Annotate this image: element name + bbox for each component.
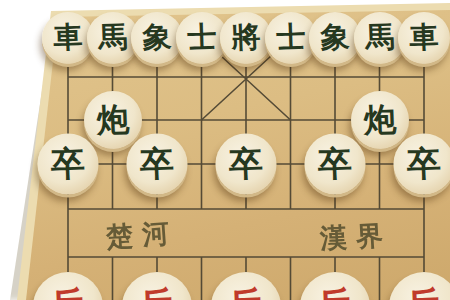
board-point: 卒 (402, 143, 447, 186)
board-point (357, 186, 402, 233)
board-point (135, 57, 180, 98)
board-point (179, 57, 224, 98)
board-point (268, 186, 313, 233)
xiangqi-photo: 楚河 漢界 車馬象士將士象馬車炮炮卒卒卒卒卒兵兵兵兵兵 (0, 0, 450, 300)
board-point: 將 (224, 20, 269, 57)
board-point: 卒 (46, 143, 91, 186)
board-point: 卒 (135, 143, 180, 186)
board-point: 車 (402, 20, 447, 57)
piece-glyph: 兵 (388, 271, 450, 300)
board-point: 馬 (357, 20, 402, 57)
board-point: 象 (135, 20, 180, 57)
board-point (313, 186, 358, 233)
board-point (402, 57, 447, 98)
board-point (224, 57, 269, 98)
board-point: 士 (268, 20, 313, 57)
board-point: 兵 (224, 282, 269, 300)
board-point (402, 186, 447, 233)
board-point (224, 186, 269, 233)
board-point (268, 57, 313, 98)
board-point (179, 186, 224, 233)
xiangqi-board: 車馬象士將士象馬車炮炮卒卒卒卒卒兵兵兵兵兵 (46, 20, 447, 300)
board-point: 兵 (402, 282, 447, 300)
board-point: 士 (179, 20, 224, 57)
red-soldier[interactable]: 兵 (389, 272, 450, 300)
board-point: 象 (313, 20, 358, 57)
board-point (90, 186, 135, 233)
board-point (135, 186, 180, 233)
board-point: 車 (46, 20, 91, 57)
board-point: 馬 (90, 20, 135, 57)
board-point: 卒 (313, 143, 358, 186)
board-point: 兵 (46, 282, 91, 300)
board-point: 卒 (224, 143, 269, 186)
board-point: 兵 (135, 282, 180, 300)
board-point: 兵 (313, 282, 358, 300)
board-point (46, 186, 91, 233)
